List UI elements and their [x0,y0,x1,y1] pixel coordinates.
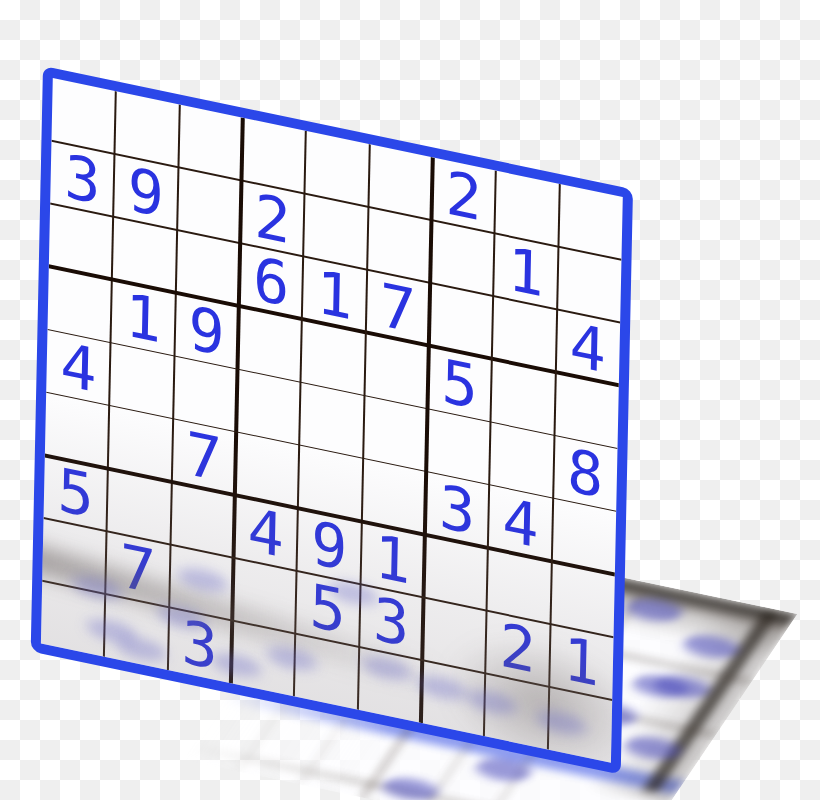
sudoku-board: 239216174195487345491753213 [31,66,633,775]
sudoku-clipart-canvas: 239216174195487345491753213 [0,0,820,800]
